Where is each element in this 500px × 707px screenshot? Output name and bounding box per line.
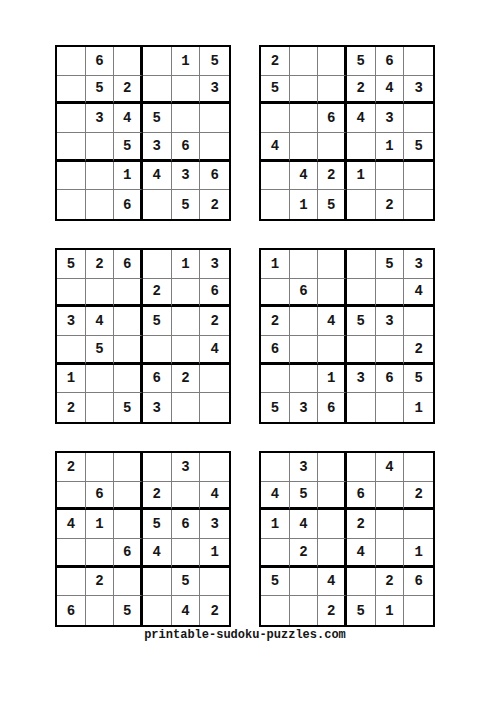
sudoku-cell-p2-r1c6	[404, 47, 433, 76]
sudoku-cell-p1-r2c1	[57, 76, 86, 105]
sudoku-cell-p3-r1c4	[143, 250, 172, 279]
sudoku-cell-p3-r6c2	[86, 393, 115, 422]
sudoku-cell-p5-r3c5: 6	[172, 510, 201, 539]
sudoku-cell-p3-r1c1: 5	[57, 250, 86, 279]
sudoku-cell-p6-r4c6: 1	[404, 539, 433, 568]
sudoku-cell-p1-r1c2: 6	[86, 47, 115, 76]
sudoku-cell-p3-r5c3	[114, 365, 143, 394]
sudoku-cell-p5-r2c3	[114, 482, 143, 511]
sudoku-cell-p3-r3c5	[172, 307, 201, 336]
sudoku-cell-p6-r6c1	[261, 596, 290, 625]
sudoku-cell-p1-r4c1	[57, 133, 86, 162]
sudoku-cell-p5-r1c1: 2	[57, 453, 86, 482]
sudoku-cell-p6-r2c6: 2	[404, 482, 433, 511]
sudoku-cell-p2-r4c5: 1	[376, 133, 405, 162]
sudoku-cell-p2-r4c3	[318, 133, 347, 162]
sudoku-cell-p4-r1c2	[290, 250, 319, 279]
sudoku-cell-p4-r4c4	[347, 336, 376, 365]
sudoku-cell-p5-r4c4: 4	[143, 539, 172, 568]
sudoku-cell-p3-r4c4	[143, 336, 172, 365]
sudoku-cell-p1-r4c4: 3	[143, 133, 172, 162]
sudoku-cell-p3-r4c2: 5	[86, 336, 115, 365]
sudoku-cell-p5-r2c2: 6	[86, 482, 115, 511]
sudoku-cell-p2-r3c1	[261, 104, 290, 133]
sudoku-cell-p4-r5c6: 5	[404, 365, 433, 394]
sudoku-cell-p4-r4c2	[290, 336, 319, 365]
sudoku-cell-p6-r2c4: 6	[347, 482, 376, 511]
sudoku-cell-p4-r3c4: 5	[347, 307, 376, 336]
sudoku-cell-p5-r5c5: 5	[172, 568, 201, 597]
sudoku-cell-p1-r1c3	[114, 47, 143, 76]
sudoku-cell-p1-r6c1	[57, 190, 86, 219]
sudoku-cell-p5-r3c6: 3	[200, 510, 229, 539]
sudoku-cell-p1-r2c6: 3	[200, 76, 229, 105]
sudoku-cell-p6-r2c2: 5	[290, 482, 319, 511]
sudoku-cell-p3-r1c2: 2	[86, 250, 115, 279]
sudoku-cell-p4-r6c6: 1	[404, 393, 433, 422]
sudoku-cell-p2-r3c2	[290, 104, 319, 133]
sudoku-cell-p5-r5c4	[143, 568, 172, 597]
sudoku-board-1: 6155233455361436652	[55, 45, 231, 221]
sudoku-cell-p2-r4c4	[347, 133, 376, 162]
sudoku-cell-p6-r6c2	[290, 596, 319, 625]
sudoku-cell-p2-r5c5	[376, 162, 405, 191]
sudoku-cell-p3-r2c3	[114, 279, 143, 308]
sudoku-cell-p2-r4c1: 4	[261, 133, 290, 162]
sudoku-cell-p4-r2c2: 6	[290, 279, 319, 308]
sudoku-cell-p2-r6c1	[261, 190, 290, 219]
sudoku-cell-p3-r1c6: 3	[200, 250, 229, 279]
sudoku-cell-p6-r1c3	[318, 453, 347, 482]
sudoku-cell-p3-r5c1: 1	[57, 365, 86, 394]
sudoku-cell-p2-r2c2	[290, 76, 319, 105]
sudoku-cell-p6-r2c5	[376, 482, 405, 511]
sudoku-cell-p3-r4c6: 4	[200, 336, 229, 365]
sudoku-cell-p1-r2c4	[143, 76, 172, 105]
puzzle-grid-area: 6155233455361436652 2565243643415421152 …	[55, 45, 435, 627]
sudoku-cell-p1-r6c6: 2	[200, 190, 229, 219]
sudoku-board-3: 5261326345254162253	[55, 248, 231, 424]
sudoku-cell-p4-r2c5	[376, 279, 405, 308]
sudoku-cell-p4-r3c6	[404, 307, 433, 336]
sudoku-cell-p6-r4c4: 4	[347, 539, 376, 568]
sudoku-cell-p5-r4c1	[57, 539, 86, 568]
sudoku-cell-p4-r5c1	[261, 365, 290, 394]
sudoku-cell-p5-r4c2	[86, 539, 115, 568]
sudoku-cell-p1-r6c5: 5	[172, 190, 201, 219]
sudoku-cell-p6-r5c4	[347, 568, 376, 597]
sudoku-cell-p5-r4c6: 1	[200, 539, 229, 568]
sudoku-cell-p4-r6c2: 3	[290, 393, 319, 422]
sudoku-cell-p4-r4c1: 6	[261, 336, 290, 365]
sudoku-cell-p3-r4c5	[172, 336, 201, 365]
sudoku-cell-p5-r6c5: 4	[172, 596, 201, 625]
sudoku-cell-p5-r5c2: 2	[86, 568, 115, 597]
sudoku-cell-p1-r3c1	[57, 104, 86, 133]
sudoku-cell-p6-r6c5: 1	[376, 596, 405, 625]
sudoku-cell-p2-r1c2	[290, 47, 319, 76]
sudoku-cell-p2-r2c6: 3	[404, 76, 433, 105]
sudoku-cell-p3-r5c2	[86, 365, 115, 394]
sudoku-cell-p2-r5c4: 1	[347, 162, 376, 191]
sudoku-cell-p5-r6c6: 2	[200, 596, 229, 625]
sudoku-cell-p3-r5c4: 6	[143, 365, 172, 394]
sudoku-cell-p1-r4c6	[200, 133, 229, 162]
sudoku-cell-p2-r6c2: 1	[290, 190, 319, 219]
sudoku-cell-p5-r3c2: 1	[86, 510, 115, 539]
footer-site-name: printable-sudoku-puzzles.com	[55, 628, 435, 642]
sudoku-cell-p1-r2c3: 2	[114, 76, 143, 105]
sudoku-cell-p5-r5c3	[114, 568, 143, 597]
sudoku-board-4: 1536424536213655361	[259, 248, 435, 424]
sudoku-cell-p5-r2c6: 4	[200, 482, 229, 511]
sudoku-cell-p1-r4c2	[86, 133, 115, 162]
sudoku-cell-p5-r6c1: 6	[57, 596, 86, 625]
sudoku-cell-p2-r2c3	[318, 76, 347, 105]
sudoku-cell-p6-r6c4: 5	[347, 596, 376, 625]
sudoku-cell-p1-r6c3: 6	[114, 190, 143, 219]
sudoku-cell-p6-r3c5	[376, 510, 405, 539]
sudoku-cell-p3-r2c1	[57, 279, 86, 308]
sudoku-cell-p4-r1c6: 3	[404, 250, 433, 279]
sudoku-cell-p3-r2c6: 6	[200, 279, 229, 308]
sudoku-cell-p1-r4c5: 6	[172, 133, 201, 162]
sudoku-cell-p6-r3c4: 2	[347, 510, 376, 539]
sudoku-cell-p4-r6c3: 6	[318, 393, 347, 422]
sudoku-cell-p5-r1c5: 3	[172, 453, 201, 482]
sudoku-cell-p1-r1c6: 5	[200, 47, 229, 76]
sudoku-cell-p4-r1c3	[318, 250, 347, 279]
sudoku-cell-p3-r6c3: 5	[114, 393, 143, 422]
sudoku-cell-p1-r3c5	[172, 104, 201, 133]
sudoku-cell-p5-r2c5	[172, 482, 201, 511]
sudoku-cell-p1-r5c3: 1	[114, 162, 143, 191]
sudoku-cell-p2-r1c1: 2	[261, 47, 290, 76]
sudoku-cell-p6-r6c3: 2	[318, 596, 347, 625]
sudoku-cell-p3-r4c3	[114, 336, 143, 365]
sudoku-cell-p2-r6c6	[404, 190, 433, 219]
sudoku-cell-p4-r3c3: 4	[318, 307, 347, 336]
sudoku-cell-p5-r3c4: 5	[143, 510, 172, 539]
sudoku-cell-p5-r2c1	[57, 482, 86, 511]
sudoku-cell-p4-r2c4	[347, 279, 376, 308]
sudoku-cell-p2-r2c5: 4	[376, 76, 405, 105]
sudoku-cell-p4-r2c6: 4	[404, 279, 433, 308]
sudoku-cell-p6-r2c3	[318, 482, 347, 511]
sudoku-cell-p4-r2c1	[261, 279, 290, 308]
sudoku-cell-p5-r1c4	[143, 453, 172, 482]
sudoku-cell-p1-r6c4	[143, 190, 172, 219]
sudoku-cell-p2-r1c3	[318, 47, 347, 76]
sudoku-cell-p4-r1c5: 5	[376, 250, 405, 279]
sudoku-cell-p6-r1c2: 3	[290, 453, 319, 482]
sudoku-cell-p2-r5c2: 4	[290, 162, 319, 191]
sudoku-cell-p5-r6c4	[143, 596, 172, 625]
sudoku-cell-p3-r3c1: 3	[57, 307, 86, 336]
sudoku-cell-p3-r6c6	[200, 393, 229, 422]
sudoku-cell-p4-r3c1: 2	[261, 307, 290, 336]
sudoku-cell-p2-r2c4: 2	[347, 76, 376, 105]
sudoku-cell-p3-r1c5: 1	[172, 250, 201, 279]
printable-sudoku-page: 6155233455361436652 2565243643415421152 …	[0, 0, 500, 707]
sudoku-cell-p4-r4c6: 2	[404, 336, 433, 365]
sudoku-cell-p1-r4c3: 5	[114, 133, 143, 162]
sudoku-cell-p1-r1c1	[57, 47, 86, 76]
sudoku-board-5: 2362441563641256542	[55, 451, 231, 627]
sudoku-cell-p5-r5c6	[200, 568, 229, 597]
sudoku-cell-p2-r2c1: 5	[261, 76, 290, 105]
sudoku-cell-p4-r5c3: 1	[318, 365, 347, 394]
sudoku-cell-p1-r3c3: 4	[114, 104, 143, 133]
sudoku-cell-p3-r1c3: 6	[114, 250, 143, 279]
sudoku-cell-p4-r3c5: 3	[376, 307, 405, 336]
sudoku-cell-p4-r1c1: 1	[261, 250, 290, 279]
sudoku-cell-p5-r1c6	[200, 453, 229, 482]
sudoku-cell-p5-r5c1	[57, 568, 86, 597]
sudoku-cell-p1-r3c6	[200, 104, 229, 133]
sudoku-cell-p2-r3c3: 6	[318, 104, 347, 133]
sudoku-cell-p5-r6c2	[86, 596, 115, 625]
sudoku-cell-p2-r5c3: 2	[318, 162, 347, 191]
sudoku-cell-p2-r6c4	[347, 190, 376, 219]
sudoku-cell-p2-r1c5: 6	[376, 47, 405, 76]
sudoku-cell-p3-r6c1: 2	[57, 393, 86, 422]
sudoku-cell-p3-r3c3	[114, 307, 143, 336]
sudoku-board-6: 3445621422415426251	[259, 451, 435, 627]
sudoku-cell-p3-r2c2	[86, 279, 115, 308]
sudoku-cell-p3-r6c5	[172, 393, 201, 422]
sudoku-cell-p3-r2c5	[172, 279, 201, 308]
sudoku-cell-p4-r6c4	[347, 393, 376, 422]
sudoku-cell-p3-r2c4: 2	[143, 279, 172, 308]
sudoku-cell-p4-r4c5	[376, 336, 405, 365]
sudoku-cell-p5-r3c3	[114, 510, 143, 539]
sudoku-cell-p5-r1c3	[114, 453, 143, 482]
sudoku-cell-p2-r6c5: 2	[376, 190, 405, 219]
sudoku-cell-p6-r5c3: 4	[318, 568, 347, 597]
sudoku-cell-p1-r5c1	[57, 162, 86, 191]
sudoku-cell-p6-r4c5	[376, 539, 405, 568]
sudoku-cell-p1-r2c2: 5	[86, 76, 115, 105]
sudoku-cell-p4-r3c2	[290, 307, 319, 336]
sudoku-cell-p6-r5c5: 2	[376, 568, 405, 597]
sudoku-cell-p1-r5c5: 3	[172, 162, 201, 191]
sudoku-cell-p2-r1c4: 5	[347, 47, 376, 76]
sudoku-cell-p2-r6c3: 5	[318, 190, 347, 219]
sudoku-cell-p2-r4c2	[290, 133, 319, 162]
sudoku-cell-p3-r3c2: 4	[86, 307, 115, 336]
sudoku-board-2: 2565243643415421152	[259, 45, 435, 221]
sudoku-cell-p5-r2c4: 2	[143, 482, 172, 511]
sudoku-cell-p3-r4c1	[57, 336, 86, 365]
sudoku-cell-p1-r1c5: 1	[172, 47, 201, 76]
sudoku-cell-p2-r5c6	[404, 162, 433, 191]
sudoku-cell-p6-r5c6: 6	[404, 568, 433, 597]
sudoku-cell-p3-r5c6	[200, 365, 229, 394]
sudoku-cell-p6-r3c1: 1	[261, 510, 290, 539]
sudoku-cell-p4-r6c1: 5	[261, 393, 290, 422]
sudoku-cell-p2-r3c5: 3	[376, 104, 405, 133]
sudoku-cell-p5-r6c3: 5	[114, 596, 143, 625]
sudoku-cell-p1-r2c5	[172, 76, 201, 105]
sudoku-cell-p5-r3c1: 4	[57, 510, 86, 539]
sudoku-cell-p6-r3c2: 4	[290, 510, 319, 539]
sudoku-cell-p6-r1c6	[404, 453, 433, 482]
sudoku-cell-p3-r3c6: 2	[200, 307, 229, 336]
sudoku-cell-p4-r6c5	[376, 393, 405, 422]
sudoku-cell-p4-r1c4	[347, 250, 376, 279]
sudoku-cell-p5-r4c5	[172, 539, 201, 568]
sudoku-cell-p4-r5c4: 3	[347, 365, 376, 394]
sudoku-cell-p2-r4c6: 5	[404, 133, 433, 162]
sudoku-cell-p3-r3c4: 5	[143, 307, 172, 336]
sudoku-cell-p5-r4c3: 6	[114, 539, 143, 568]
sudoku-cell-p6-r3c3	[318, 510, 347, 539]
sudoku-cell-p1-r5c6: 6	[200, 162, 229, 191]
sudoku-cell-p6-r6c6	[404, 596, 433, 625]
sudoku-cell-p1-r1c4	[143, 47, 172, 76]
sudoku-cell-p4-r5c2	[290, 365, 319, 394]
sudoku-cell-p5-r1c2	[86, 453, 115, 482]
sudoku-cell-p6-r4c3	[318, 539, 347, 568]
sudoku-cell-p4-r5c5: 6	[376, 365, 405, 394]
sudoku-cell-p1-r3c4: 5	[143, 104, 172, 133]
sudoku-cell-p1-r5c4: 4	[143, 162, 172, 191]
sudoku-cell-p2-r5c1	[261, 162, 290, 191]
sudoku-cell-p6-r3c6	[404, 510, 433, 539]
sudoku-cell-p2-r3c4: 4	[347, 104, 376, 133]
sudoku-cell-p6-r4c1	[261, 539, 290, 568]
sudoku-cell-p4-r2c3	[318, 279, 347, 308]
sudoku-cell-p1-r3c2: 3	[86, 104, 115, 133]
sudoku-cell-p6-r1c5: 4	[376, 453, 405, 482]
sudoku-cell-p6-r4c2: 2	[290, 539, 319, 568]
sudoku-cell-p1-r6c2	[86, 190, 115, 219]
sudoku-cell-p6-r2c1: 4	[261, 482, 290, 511]
sudoku-cell-p2-r3c6	[404, 104, 433, 133]
sudoku-cell-p4-r4c3	[318, 336, 347, 365]
sudoku-cell-p6-r1c4	[347, 453, 376, 482]
sudoku-cell-p1-r5c2	[86, 162, 115, 191]
sudoku-cell-p3-r6c4: 3	[143, 393, 172, 422]
sudoku-cell-p6-r1c1	[261, 453, 290, 482]
sudoku-cell-p3-r5c5: 2	[172, 365, 201, 394]
sudoku-cell-p6-r5c1: 5	[261, 568, 290, 597]
sudoku-cell-p6-r5c2	[290, 568, 319, 597]
